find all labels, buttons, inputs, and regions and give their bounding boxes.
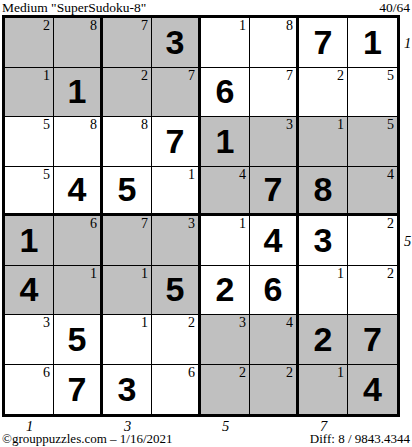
cell-r4c5[interactable]: 4: [201, 167, 250, 217]
cell-r7c7[interactable]: 2: [299, 315, 348, 365]
entered-digit: 6: [201, 68, 249, 117]
given-clue-digit: 2: [286, 365, 293, 381]
cell-r2c7[interactable]: 2: [299, 68, 348, 118]
entered-digit: 1: [54, 68, 100, 117]
given-clue-digit: 5: [43, 117, 50, 133]
entered-digit: 3: [152, 18, 198, 67]
given-clue-digit: 6: [90, 216, 97, 232]
given-clue-digit: 2: [239, 365, 246, 381]
cell-r3c6[interactable]: 3: [250, 117, 299, 167]
given-clue-digit: 2: [387, 216, 394, 232]
cell-r1c8[interactable]: 1: [348, 18, 397, 68]
cell-r7c6[interactable]: 4: [250, 315, 299, 365]
given-clue-digit: 8: [286, 18, 293, 34]
entered-digit: 4: [250, 216, 296, 265]
cell-r1c5[interactable]: 1: [201, 18, 250, 68]
entered-digit: 1: [348, 18, 397, 67]
header: Medium "SuperSudoku-8" 40/64: [2, 0, 410, 15]
cell-r3c8[interactable]: 5: [348, 117, 397, 167]
entered-digit: 4: [5, 266, 53, 315]
entered-digit: 5: [54, 315, 100, 364]
entered-digit: 7: [299, 18, 347, 67]
given-clue-digit: 2: [337, 68, 344, 84]
entered-digit: 3: [299, 216, 347, 265]
cell-r5c3[interactable]: 7: [103, 216, 152, 266]
cell-r3c5[interactable]: 1: [201, 117, 250, 167]
copyright-text: ©grouppuzzles.com – 1/16/2021: [2, 432, 173, 446]
given-clue-digit: 8: [90, 18, 97, 34]
given-clue-digit: 7: [141, 18, 148, 34]
cell-r8c5[interactable]: 2: [201, 365, 250, 415]
given-clue-digit: 5: [387, 68, 394, 84]
cell-r5c5[interactable]: 1: [201, 216, 250, 266]
cell-r7c2[interactable]: 5: [54, 315, 103, 365]
given-clue-digit: 3: [43, 315, 50, 331]
given-clue-digit: 1: [188, 167, 195, 183]
cell-r5c8[interactable]: 2: [348, 216, 397, 266]
cell-r7c8[interactable]: 7: [348, 315, 397, 365]
cell-r5c6[interactable]: 4: [250, 216, 299, 266]
cell-r2c3[interactable]: 2: [103, 68, 152, 118]
entered-digit: 2: [201, 266, 249, 315]
entered-digit: 7: [348, 315, 397, 364]
given-clue-digit: 1: [337, 266, 344, 282]
row-label-5: 5: [404, 234, 411, 248]
cell-r2c5[interactable]: 6: [201, 68, 250, 118]
col-label-1: 1: [26, 419, 33, 433]
entered-digit: 5: [103, 167, 151, 214]
cell-r8c1[interactable]: 6: [5, 365, 54, 415]
cell-r8c6[interactable]: 2: [250, 365, 299, 415]
cell-r8c7[interactable]: 1: [299, 365, 348, 415]
cell-r1c2[interactable]: 8: [54, 18, 103, 68]
cell-r7c1[interactable]: 3: [5, 315, 54, 365]
cell-r1c4[interactable]: 3: [152, 18, 201, 68]
given-clue-digit: 4: [286, 315, 293, 331]
cell-r5c2[interactable]: 6: [54, 216, 103, 266]
given-clue-digit: 6: [188, 365, 195, 381]
cell-r4c6[interactable]: 7: [250, 167, 299, 217]
given-clue-digit: 8: [141, 117, 148, 133]
given-clue-digit: 1: [337, 117, 344, 133]
cell-r6c6[interactable]: 6: [250, 266, 299, 316]
given-clue-digit: 3: [188, 216, 195, 232]
given-clue-digit: 3: [239, 315, 246, 331]
given-clue-digit: 2: [141, 68, 148, 84]
cell-r8c4[interactable]: 6: [152, 365, 201, 415]
cell-r7c3[interactable]: 1: [103, 315, 152, 365]
cell-r2c6[interactable]: 7: [250, 68, 299, 118]
cell-r5c4[interactable]: 3: [152, 216, 201, 266]
given-clue-digit: 7: [141, 216, 148, 232]
given-clue-digit: 1: [239, 18, 246, 34]
cell-r2c2[interactable]: 1: [54, 68, 103, 118]
given-clue-digit: 2: [387, 266, 394, 282]
given-clue-digit: 6: [43, 365, 50, 381]
given-clue-digit: 1: [337, 365, 344, 381]
cell-r1c1[interactable]: 2: [5, 18, 54, 68]
cell-r3c4[interactable]: 7: [152, 117, 201, 167]
board: 2873187111276725588713155451478416731432…: [2, 15, 400, 417]
col-label-7: 7: [320, 419, 327, 433]
entered-digit: 5: [152, 266, 198, 315]
given-clue-digit: 7: [188, 68, 195, 84]
col-label-3: 3: [124, 419, 131, 433]
clue-counter: 40/64: [379, 0, 410, 15]
given-clue-digit: 1: [90, 266, 97, 282]
cell-r4c8[interactable]: 4: [348, 167, 397, 217]
given-clue-digit: 1: [141, 266, 148, 282]
given-clue-digit: 1: [43, 68, 50, 84]
puzzle-page: Medium "SuperSudoku-8" 40/64 28731871112…: [0, 0, 412, 447]
given-clue-digit: 4: [239, 167, 246, 183]
cell-r6c7[interactable]: 1: [299, 266, 348, 316]
cell-r2c1[interactable]: 1: [5, 68, 54, 118]
puzzle-title: Medium "SuperSudoku-8": [2, 0, 146, 15]
cell-r4c1[interactable]: 5: [5, 167, 54, 217]
cell-r1c6[interactable]: 8: [250, 18, 299, 68]
cell-r6c1[interactable]: 4: [5, 266, 54, 316]
cell-r4c7[interactable]: 8: [299, 167, 348, 217]
entered-digit: 4: [348, 365, 397, 415]
difficulty-text: Diff: 8 / 9843.4344: [310, 432, 410, 446]
entered-digit: 1: [201, 117, 249, 166]
cell-r3c7[interactable]: 1: [299, 117, 348, 167]
cell-r6c3[interactable]: 1: [103, 266, 152, 316]
cell-r7c4[interactable]: 2: [152, 315, 201, 365]
cell-r7c5[interactable]: 3: [201, 315, 250, 365]
cell-r6c4[interactable]: 5: [152, 266, 201, 316]
entered-digit: 1: [5, 216, 53, 265]
given-clue-digit: 7: [286, 68, 293, 84]
cell-r8c2[interactable]: 7: [54, 365, 103, 415]
given-clue-digit: 2: [43, 18, 50, 34]
given-clue-digit: 2: [188, 315, 195, 331]
cell-r1c3[interactable]: 7: [103, 18, 152, 68]
given-clue-digit: 4: [387, 167, 394, 183]
cell-r2c4[interactable]: 7: [152, 68, 201, 118]
given-clue-digit: 1: [239, 216, 246, 232]
given-clue-digit: 8: [90, 117, 97, 133]
cell-r1c7[interactable]: 7: [299, 18, 348, 68]
cell-r8c8[interactable]: 4: [348, 365, 397, 415]
entered-digit: 7: [54, 365, 100, 415]
given-clue-digit: 5: [387, 117, 394, 133]
cell-r4c2[interactable]: 4: [54, 167, 103, 217]
cell-r5c7[interactable]: 3: [299, 216, 348, 266]
entered-digit: 7: [250, 167, 296, 214]
cell-r3c3[interactable]: 8: [103, 117, 152, 167]
cell-r4c4[interactable]: 1: [152, 167, 201, 217]
entered-digit: 2: [299, 315, 347, 364]
cell-r3c1[interactable]: 5: [5, 117, 54, 167]
entered-digit: 6: [250, 266, 296, 315]
cell-r2c8[interactable]: 5: [348, 68, 397, 118]
row-label-1: 1: [404, 36, 411, 50]
given-clue-digit: 1: [141, 315, 148, 331]
cell-r6c5[interactable]: 2: [201, 266, 250, 316]
cell-r5c1[interactable]: 1: [5, 216, 54, 266]
entered-digit: 7: [152, 117, 198, 166]
entered-digit: 3: [103, 365, 151, 415]
cell-r6c2[interactable]: 1: [54, 266, 103, 316]
given-clue-digit: 5: [43, 167, 50, 183]
col-label-5: 5: [222, 419, 229, 433]
entered-digit: 8: [299, 167, 347, 214]
cell-r3c2[interactable]: 8: [54, 117, 103, 167]
footer: ©grouppuzzles.com – 1/16/2021 Diff: 8 / …: [2, 432, 410, 446]
entered-digit: 4: [54, 167, 100, 214]
given-clue-digit: 3: [286, 117, 293, 133]
cell-r6c8[interactable]: 2: [348, 266, 397, 316]
cell-r8c3[interactable]: 3: [103, 365, 152, 415]
cell-r4c3[interactable]: 5: [103, 167, 152, 217]
